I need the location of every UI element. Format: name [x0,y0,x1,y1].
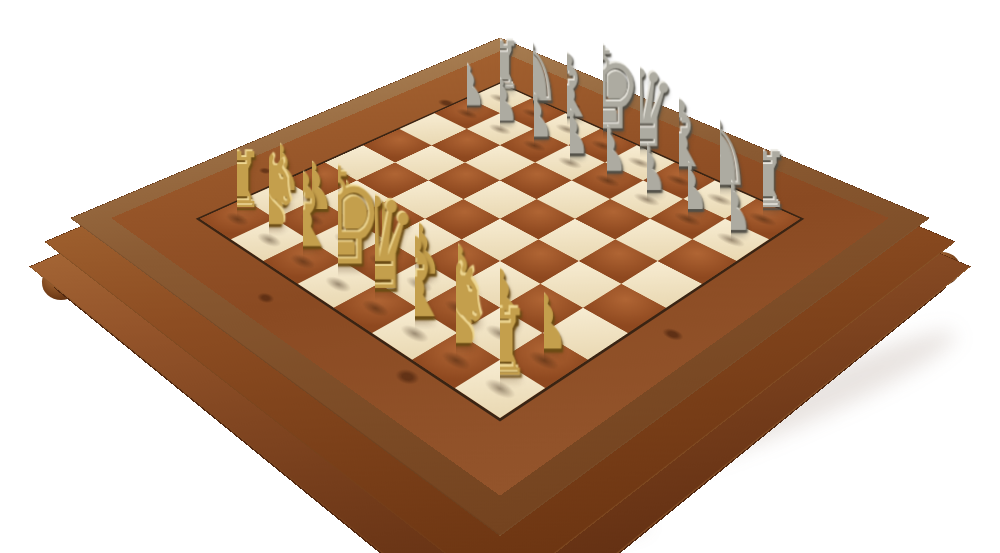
chess-board: ♜♞♝♚♛♝♞♜♟♟♟♟♟♟♟♟♟♟♟♟♟♟♟♟♜♞♝♚♛♝♞♜ [196,82,805,421]
case-3d-scene: ♜♞♝♚♛♝♞♜♟♟♟♟♟♟♟♟♟♟♟♟♟♟♟♟♜♞♝♚♛♝♞♜ [0,0,1000,553]
square-a1: ♜ [455,360,545,418]
chess-set-photo: ♜♞♝♚♛♝♞♜♟♟♟♟♟♟♟♟♟♟♟♟♟♟♟♟♜♞♝♚♛♝♞♜ [0,0,1000,553]
square-c6 [575,199,650,239]
case-top-walnut-band: ♜♞♝♚♛♝♞♜♟♟♟♟♟♟♟♟♟♟♟♟♟♟♟♟♜♞♝♚♛♝♞♜ [70,38,930,537]
chess-case: ♜♞♝♚♛♝♞♜♟♟♟♟♟♟♟♟♟♟♟♟♟♟♟♟♜♞♝♚♛♝♞♜ [70,38,930,537]
white-rook: ♜ [500,297,582,388]
black-pawn: ♟ [731,174,790,240]
